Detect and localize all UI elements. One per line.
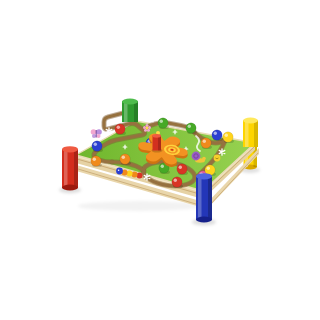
bead-green [186, 123, 197, 134]
leg-yellow-upper [243, 118, 258, 147]
bead-yellow [223, 132, 234, 143]
toy-illustration [0, 0, 320, 320]
leg-blue [196, 173, 212, 222]
bead-blue [212, 130, 223, 141]
leg-green [122, 99, 138, 123]
product-photo [0, 0, 320, 320]
gear-peg [152, 134, 161, 151]
decor-yellow-face [214, 155, 221, 162]
leg-red [62, 146, 78, 190]
bead-green [158, 118, 169, 129]
decor-white-plus [151, 118, 155, 122]
decor-butterfly [91, 129, 102, 138]
